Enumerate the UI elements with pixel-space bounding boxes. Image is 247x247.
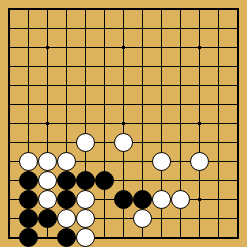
intersection-H12[interactable] — [133, 19, 152, 38]
intersection-J8[interactable] — [152, 95, 171, 114]
star-point — [198, 46, 201, 49]
intersection-E7[interactable] — [76, 114, 95, 133]
intersection-E6[interactable] — [76, 133, 95, 152]
intersection-J12[interactable] — [152, 19, 171, 38]
intersection-A3[interactable] — [0, 190, 19, 209]
intersection-L3[interactable] — [190, 190, 209, 209]
intersection-L1[interactable] — [190, 228, 209, 247]
intersection-H11[interactable] — [133, 38, 152, 57]
intersection-K6[interactable] — [171, 133, 190, 152]
intersection-K9[interactable] — [171, 76, 190, 95]
intersection-M13[interactable] — [209, 0, 228, 19]
intersection-M9[interactable] — [209, 76, 228, 95]
intersection-J2[interactable] — [152, 209, 171, 228]
intersection-E13[interactable] — [76, 0, 95, 19]
intersection-A13[interactable] — [0, 0, 19, 19]
intersection-B11[interactable] — [19, 38, 38, 57]
intersection-K13[interactable] — [171, 0, 190, 19]
intersection-C12[interactable] — [38, 19, 57, 38]
intersection-K2[interactable] — [171, 209, 190, 228]
intersection-K5[interactable] — [171, 152, 190, 171]
intersection-F9[interactable] — [95, 76, 114, 95]
intersection-K4[interactable] — [171, 171, 190, 190]
intersection-A2[interactable] — [0, 209, 19, 228]
intersection-N10[interactable] — [228, 57, 247, 76]
intersection-M2[interactable] — [209, 209, 228, 228]
intersection-D4[interactable] — [57, 171, 76, 190]
white-stone — [38, 152, 57, 171]
intersection-M4[interactable] — [209, 171, 228, 190]
intersection-E12[interactable] — [76, 19, 95, 38]
intersection-J11[interactable] — [152, 38, 171, 57]
intersection-E11[interactable] — [76, 38, 95, 57]
intersection-M11[interactable] — [209, 38, 228, 57]
intersection-C13[interactable] — [38, 0, 57, 19]
intersection-G6[interactable] — [114, 133, 133, 152]
intersection-F6[interactable] — [95, 133, 114, 152]
intersection-B5[interactable] — [19, 152, 38, 171]
intersection-A6[interactable] — [0, 133, 19, 152]
white-stone — [171, 190, 190, 209]
intersection-M5[interactable] — [209, 152, 228, 171]
intersection-F11[interactable] — [95, 38, 114, 57]
intersection-J6[interactable] — [152, 133, 171, 152]
intersection-N9[interactable] — [228, 76, 247, 95]
intersection-M6[interactable] — [209, 133, 228, 152]
intersection-A9[interactable] — [0, 76, 19, 95]
intersection-B13[interactable] — [19, 0, 38, 19]
white-stone — [76, 133, 95, 152]
intersection-D5[interactable] — [57, 152, 76, 171]
intersection-B2[interactable] — [19, 209, 38, 228]
intersection-J9[interactable] — [152, 76, 171, 95]
intersection-N4[interactable] — [228, 171, 247, 190]
intersection-C8[interactable] — [38, 95, 57, 114]
intersection-G10[interactable] — [114, 57, 133, 76]
intersection-N5[interactable] — [228, 152, 247, 171]
intersection-A10[interactable] — [0, 57, 19, 76]
intersection-C5[interactable] — [38, 152, 57, 171]
intersection-C7[interactable] — [38, 114, 57, 133]
star-point — [46, 122, 49, 125]
intersection-K10[interactable] — [171, 57, 190, 76]
intersection-G1[interactable] — [114, 228, 133, 247]
black-stone — [57, 190, 76, 209]
intersection-D7[interactable] — [57, 114, 76, 133]
intersection-C3[interactable] — [38, 190, 57, 209]
intersection-D1[interactable] — [57, 228, 76, 247]
intersection-E9[interactable] — [76, 76, 95, 95]
intersection-J7[interactable] — [152, 114, 171, 133]
intersection-G2[interactable] — [114, 209, 133, 228]
intersection-H8[interactable] — [133, 95, 152, 114]
go-board — [0, 0, 247, 247]
intersection-H13[interactable] — [133, 0, 152, 19]
intersection-F5[interactable] — [95, 152, 114, 171]
intersection-L7[interactable] — [190, 114, 209, 133]
intersection-M1[interactable] — [209, 228, 228, 247]
intersection-D13[interactable] — [57, 0, 76, 19]
intersection-D2[interactable] — [57, 209, 76, 228]
intersection-H1[interactable] — [133, 228, 152, 247]
black-stone — [114, 190, 133, 209]
intersection-K12[interactable] — [171, 19, 190, 38]
intersection-K8[interactable] — [171, 95, 190, 114]
star-point — [198, 122, 201, 125]
intersection-A12[interactable] — [0, 19, 19, 38]
intersection-J1[interactable] — [152, 228, 171, 247]
intersection-F12[interactable] — [95, 19, 114, 38]
intersection-N12[interactable] — [228, 19, 247, 38]
intersection-K11[interactable] — [171, 38, 190, 57]
intersection-F1[interactable] — [95, 228, 114, 247]
intersection-H10[interactable] — [133, 57, 152, 76]
black-stone — [95, 171, 114, 190]
intersection-E10[interactable] — [76, 57, 95, 76]
white-stone — [38, 190, 57, 209]
intersection-B12[interactable] — [19, 19, 38, 38]
intersection-G12[interactable] — [114, 19, 133, 38]
intersection-K1[interactable] — [171, 228, 190, 247]
intersection-M8[interactable] — [209, 95, 228, 114]
intersection-N1[interactable] — [228, 228, 247, 247]
black-stone — [57, 171, 76, 190]
black-stone — [38, 209, 57, 228]
intersection-C10[interactable] — [38, 57, 57, 76]
intersection-M12[interactable] — [209, 19, 228, 38]
intersection-C1[interactable] — [38, 228, 57, 247]
white-stone — [152, 190, 171, 209]
intersection-F4[interactable] — [95, 171, 114, 190]
intersection-N8[interactable] — [228, 95, 247, 114]
intersection-A1[interactable] — [0, 228, 19, 247]
intersection-L6[interactable] — [190, 133, 209, 152]
intersection-F10[interactable] — [95, 57, 114, 76]
intersection-D12[interactable] — [57, 19, 76, 38]
intersection-F7[interactable] — [95, 114, 114, 133]
intersection-J4[interactable] — [152, 171, 171, 190]
intersection-M7[interactable] — [209, 114, 228, 133]
intersection-C11[interactable] — [38, 38, 57, 57]
intersection-B1[interactable] — [19, 228, 38, 247]
intersection-E5[interactable] — [76, 152, 95, 171]
intersection-H3[interactable] — [133, 190, 152, 209]
intersection-N6[interactable] — [228, 133, 247, 152]
intersection-L10[interactable] — [190, 57, 209, 76]
intersection-L9[interactable] — [190, 76, 209, 95]
intersection-H6[interactable] — [133, 133, 152, 152]
black-stone — [19, 228, 38, 247]
intersection-A4[interactable] — [0, 171, 19, 190]
intersection-G11[interactable] — [114, 38, 133, 57]
intersection-L5[interactable] — [190, 152, 209, 171]
white-stone — [57, 152, 76, 171]
white-stone — [19, 152, 38, 171]
intersection-J5[interactable] — [152, 152, 171, 171]
intersection-G4[interactable] — [114, 171, 133, 190]
intersection-B7[interactable] — [19, 114, 38, 133]
intersection-G13[interactable] — [114, 0, 133, 19]
white-stone — [133, 209, 152, 228]
intersection-H2[interactable] — [133, 209, 152, 228]
star-point — [198, 198, 201, 201]
intersection-E8[interactable] — [76, 95, 95, 114]
white-stone — [76, 228, 95, 247]
intersection-L12[interactable] — [190, 19, 209, 38]
star-point — [46, 46, 49, 49]
intersection-B6[interactable] — [19, 133, 38, 152]
intersection-G8[interactable] — [114, 95, 133, 114]
intersection-D11[interactable] — [57, 38, 76, 57]
intersection-N7[interactable] — [228, 114, 247, 133]
intersection-A11[interactable] — [0, 38, 19, 57]
black-stone — [133, 190, 152, 209]
intersection-B10[interactable] — [19, 57, 38, 76]
intersection-F13[interactable] — [95, 0, 114, 19]
intersection-L11[interactable] — [190, 38, 209, 57]
black-stone — [57, 228, 76, 247]
intersection-D9[interactable] — [57, 76, 76, 95]
intersection-F2[interactable] — [95, 209, 114, 228]
intersection-J10[interactable] — [152, 57, 171, 76]
intersection-D10[interactable] — [57, 57, 76, 76]
intersection-M3[interactable] — [209, 190, 228, 209]
intersection-C2[interactable] — [38, 209, 57, 228]
star-point — [122, 122, 125, 125]
intersection-A5[interactable] — [0, 152, 19, 171]
intersection-G5[interactable] — [114, 152, 133, 171]
intersection-H9[interactable] — [133, 76, 152, 95]
black-stone — [19, 209, 38, 228]
intersection-B9[interactable] — [19, 76, 38, 95]
intersection-L2[interactable] — [190, 209, 209, 228]
white-stone — [114, 133, 133, 152]
intersection-B4[interactable] — [19, 171, 38, 190]
white-stone — [57, 209, 76, 228]
intersection-G3[interactable] — [114, 190, 133, 209]
intersection-L4[interactable] — [190, 171, 209, 190]
intersection-A8[interactable] — [0, 95, 19, 114]
black-stone — [19, 190, 38, 209]
white-stone — [152, 152, 171, 171]
intersection-C6[interactable] — [38, 133, 57, 152]
intersection-K7[interactable] — [171, 114, 190, 133]
intersection-D8[interactable] — [57, 95, 76, 114]
intersection-N2[interactable] — [228, 209, 247, 228]
intersection-B8[interactable] — [19, 95, 38, 114]
intersection-C9[interactable] — [38, 76, 57, 95]
intersection-E3[interactable] — [76, 190, 95, 209]
intersection-F8[interactable] — [95, 95, 114, 114]
intersection-A7[interactable] — [0, 114, 19, 133]
intersection-C4[interactable] — [38, 171, 57, 190]
intersection-E2[interactable] — [76, 209, 95, 228]
intersection-D6[interactable] — [57, 133, 76, 152]
intersection-E1[interactable] — [76, 228, 95, 247]
star-point — [122, 46, 125, 49]
white-stone — [38, 171, 57, 190]
intersection-J3[interactable] — [152, 190, 171, 209]
intersection-N3[interactable] — [228, 190, 247, 209]
intersection-H4[interactable] — [133, 171, 152, 190]
intersection-L8[interactable] — [190, 95, 209, 114]
intersection-B3[interactable] — [19, 190, 38, 209]
white-stone — [76, 209, 95, 228]
intersection-E4[interactable] — [76, 171, 95, 190]
white-stone — [76, 190, 95, 209]
intersection-H5[interactable] — [133, 152, 152, 171]
intersection-K3[interactable] — [171, 190, 190, 209]
intersection-G9[interactable] — [114, 76, 133, 95]
black-stone — [19, 171, 38, 190]
intersection-N11[interactable] — [228, 38, 247, 57]
intersection-H7[interactable] — [133, 114, 152, 133]
intersection-N13[interactable] — [228, 0, 247, 19]
white-stone — [190, 152, 209, 171]
intersection-L13[interactable] — [190, 0, 209, 19]
intersection-G7[interactable] — [114, 114, 133, 133]
black-stone — [76, 171, 95, 190]
intersection-J13[interactable] — [152, 0, 171, 19]
intersection-D3[interactable] — [57, 190, 76, 209]
intersection-M10[interactable] — [209, 57, 228, 76]
intersection-F3[interactable] — [95, 190, 114, 209]
